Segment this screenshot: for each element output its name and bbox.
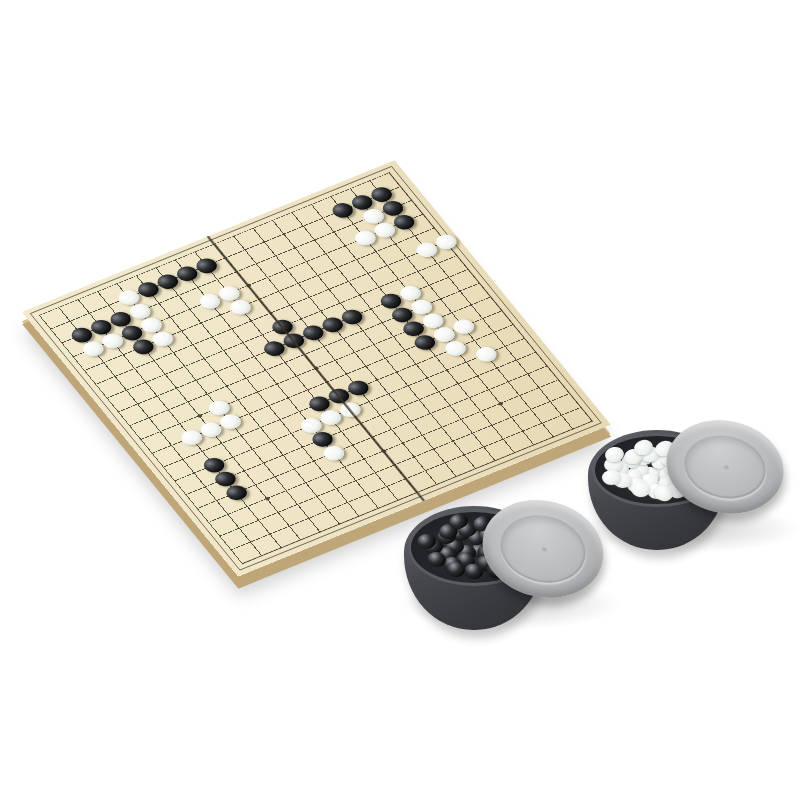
product-photo-scene — [0, 0, 800, 800]
star-point — [196, 413, 202, 418]
grid-edge-right — [389, 172, 593, 421]
stone-white — [472, 344, 500, 364]
star-point — [497, 401, 503, 406]
bowl-stone-white — [602, 470, 621, 485]
star-point — [264, 496, 270, 501]
